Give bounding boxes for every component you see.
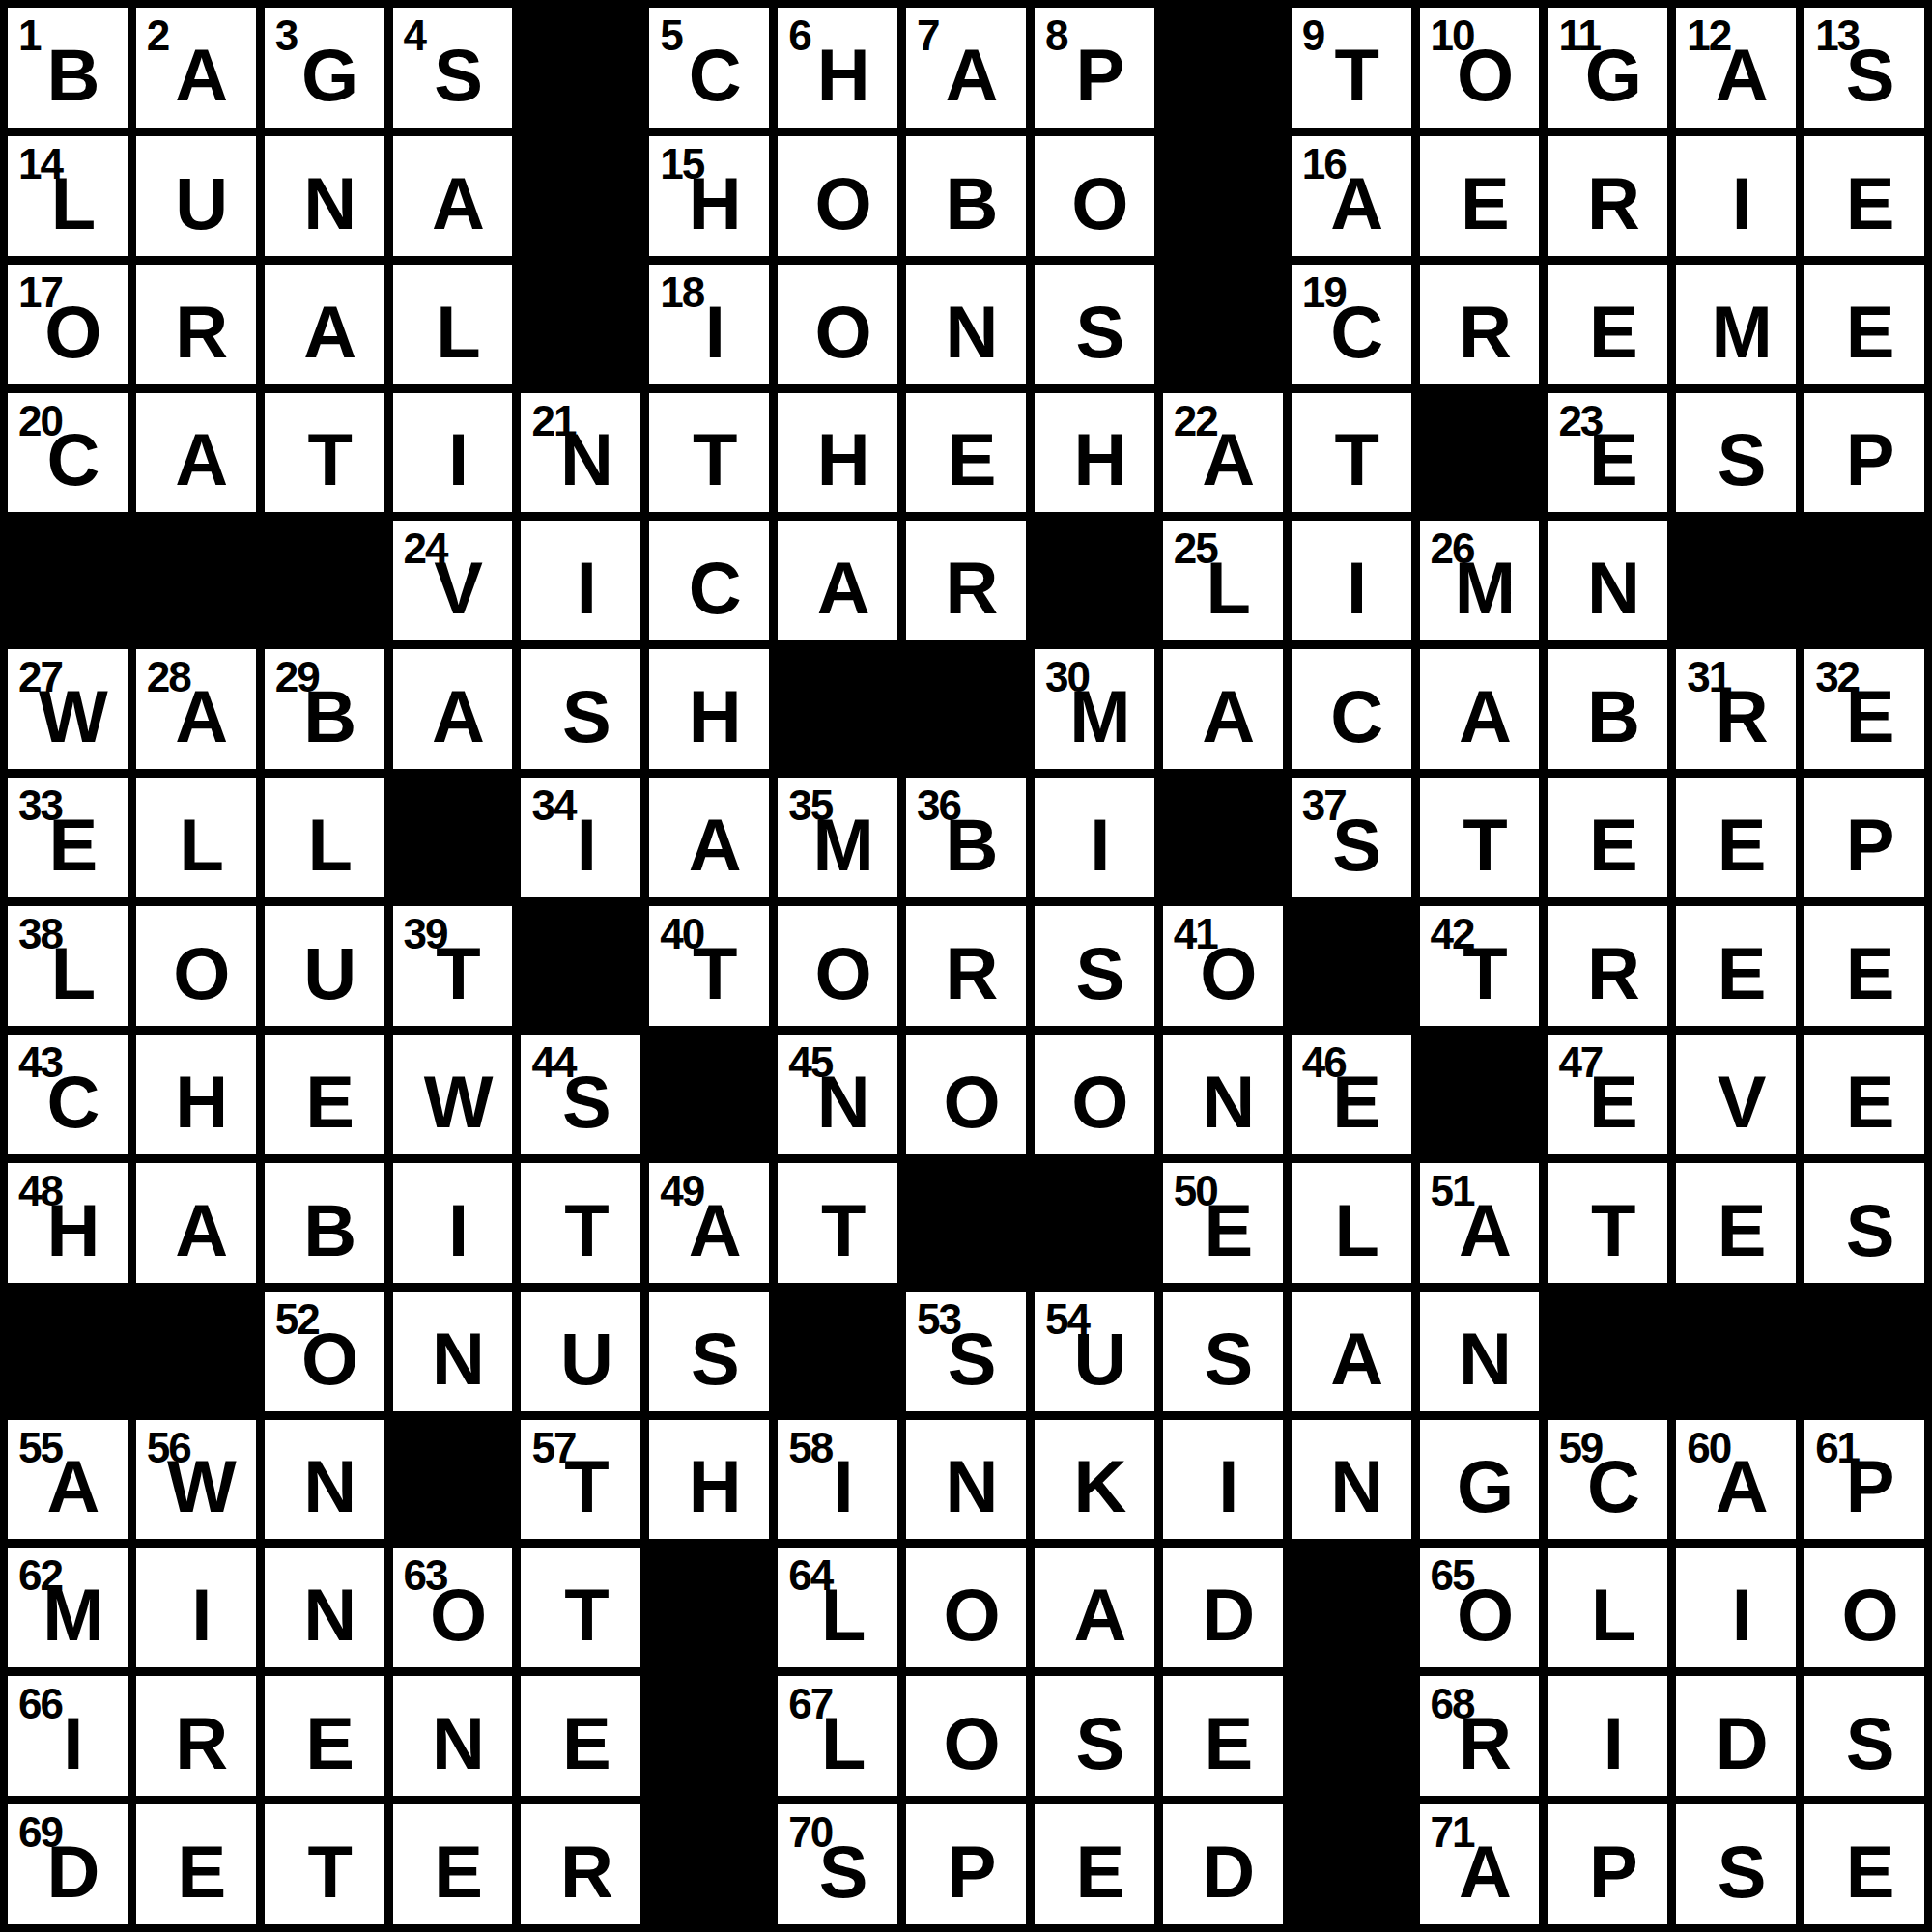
cell-r8c14[interactable]: E (1676, 906, 1796, 1026)
cell-r9c1[interactable]: 43C (8, 1035, 128, 1154)
cell-letter: C (661, 552, 769, 625)
cell-r9c8[interactable]: O (906, 1035, 1026, 1154)
cell-r10c14[interactable]: E (1676, 1163, 1796, 1283)
cell-r1c1[interactable]: 1B (8, 8, 128, 128)
cell-r15c2[interactable]: E (136, 1804, 256, 1924)
cell-r8c8[interactable]: R (906, 906, 1026, 1026)
cell-r13c7[interactable]: 64L (778, 1548, 897, 1667)
cell-r1c8[interactable]: 7A (906, 8, 1026, 128)
cell-letter: H (789, 39, 897, 112)
cell-letter: N (276, 167, 384, 241)
cell-r4c14[interactable]: S (1676, 393, 1796, 513)
cell-letter: M (1688, 296, 1796, 369)
cell-r14c14[interactable]: D (1676, 1676, 1796, 1796)
cell-r4c9[interactable]: H (1035, 393, 1154, 513)
cell-r7c6[interactable]: A (649, 778, 769, 897)
cell-letter: S (405, 39, 513, 112)
cell-r10c10[interactable]: 50E (1163, 1163, 1283, 1283)
cell-r1c7[interactable]: 6H (778, 8, 897, 128)
cell-r12c9[interactable]: K (1035, 1420, 1154, 1540)
cell-r7c3[interactable]: L (265, 778, 384, 897)
cell-letter: S (1303, 809, 1411, 882)
cell-r14c13[interactable]: I (1548, 1676, 1667, 1796)
cell-r9c13[interactable]: 47E (1548, 1035, 1667, 1154)
cell-r2c8[interactable]: B (906, 136, 1026, 256)
black-cell (906, 649, 1026, 769)
cell-r4c3[interactable]: T (265, 393, 384, 513)
black-cell (521, 906, 640, 1026)
cell-letter: U (276, 937, 384, 1010)
cell-r4c15[interactable]: P (1804, 393, 1924, 513)
cell-r15c10[interactable]: D (1163, 1804, 1283, 1924)
cell-r10c5[interactable]: T (521, 1163, 640, 1283)
cell-r3c15[interactable]: E (1804, 265, 1924, 384)
cell-letter: H (789, 423, 897, 497)
cell-r6c2[interactable]: 28A (136, 649, 256, 769)
cell-r5c10[interactable]: 25L (1163, 521, 1283, 640)
black-cell (778, 1292, 897, 1411)
cell-letter: O (1816, 1578, 1924, 1652)
cell-r12c12[interactable]: G (1420, 1420, 1540, 1540)
cell-letter: A (661, 809, 769, 882)
cell-letter: E (1559, 1065, 1667, 1139)
cell-letter: R (918, 552, 1026, 625)
cell-r10c15[interactable]: S (1804, 1163, 1924, 1283)
cell-r1c4[interactable]: 4S (393, 8, 513, 128)
cell-letter: V (405, 552, 513, 625)
cell-letter: A (1303, 1322, 1411, 1396)
cell-letter: U (532, 1322, 640, 1396)
cell-letter: T (532, 1578, 640, 1652)
cell-letter: T (1432, 809, 1540, 882)
cell-r9c11[interactable]: 46E (1292, 1035, 1411, 1154)
cell-r4c7[interactable]: H (778, 393, 897, 513)
cell-r13c10[interactable]: D (1163, 1548, 1283, 1667)
cell-r9c7[interactable]: 45N (778, 1035, 897, 1154)
cell-letter: S (789, 1835, 897, 1909)
cell-letter: T (1303, 39, 1411, 112)
cell-r1c11[interactable]: 9T (1292, 8, 1411, 128)
cell-r2c1[interactable]: 14L (8, 136, 128, 256)
cell-r11c4[interactable]: N (393, 1292, 513, 1411)
cell-r1c6[interactable]: 5C (649, 8, 769, 128)
cell-letter: A (148, 680, 256, 753)
cell-r2c15[interactable]: E (1804, 136, 1924, 256)
cell-r4c2[interactable]: A (136, 393, 256, 513)
cell-letter: T (1432, 937, 1540, 1010)
cell-r5c7[interactable]: A (778, 521, 897, 640)
cell-r3c12[interactable]: R (1420, 265, 1540, 384)
cell-r15c1[interactable]: 69D (8, 1804, 128, 1924)
cell-r9c10[interactable]: N (1163, 1035, 1283, 1154)
cell-r8c9[interactable]: S (1035, 906, 1154, 1026)
cell-letter: E (148, 1835, 256, 1909)
cell-letter: I (19, 1707, 128, 1780)
cell-r12c14[interactable]: 60A (1676, 1420, 1796, 1540)
cell-letter: E (1816, 167, 1924, 241)
cell-letter: I (1688, 167, 1796, 241)
cell-r9c3[interactable]: E (265, 1035, 384, 1154)
cell-letter: I (532, 809, 640, 882)
black-cell (1035, 1163, 1154, 1283)
cell-r14c15[interactable]: S (1804, 1676, 1924, 1796)
cell-r13c4[interactable]: 63O (393, 1548, 513, 1667)
cell-r4c8[interactable]: E (906, 393, 1026, 513)
cell-letter: A (148, 423, 256, 497)
cell-letter: E (1175, 1194, 1283, 1267)
black-cell (649, 1804, 769, 1924)
cell-r3c2[interactable]: R (136, 265, 256, 384)
cell-letter: W (148, 1450, 256, 1523)
cell-letter: E (1432, 167, 1540, 241)
cell-r4c1[interactable]: 20C (8, 393, 128, 513)
cell-r3c3[interactable]: A (265, 265, 384, 384)
cell-r15c15[interactable]: E (1804, 1804, 1924, 1924)
cell-letter: B (19, 39, 128, 112)
black-cell (1804, 1292, 1924, 1411)
cell-r8c4[interactable]: 39T (393, 906, 513, 1026)
cell-r6c4[interactable]: A (393, 649, 513, 769)
cell-letter: O (276, 1322, 384, 1396)
cell-letter: E (918, 423, 1026, 497)
cell-r6c1[interactable]: 27W (8, 649, 128, 769)
cell-r7c1[interactable]: 33E (8, 778, 128, 897)
cell-letter: S (1046, 937, 1154, 1010)
cell-r14c12[interactable]: 68R (1420, 1676, 1540, 1796)
cell-r14c5[interactable]: E (521, 1676, 640, 1796)
cell-letter: M (789, 809, 897, 882)
cell-letter: O (789, 167, 897, 241)
cell-r6c14[interactable]: 31R (1676, 649, 1796, 769)
cell-r2c12[interactable]: E (1420, 136, 1540, 256)
cell-r6c3[interactable]: 29B (265, 649, 384, 769)
cell-letter: A (148, 1194, 256, 1267)
cell-r11c5[interactable]: U (521, 1292, 640, 1411)
cell-r10c11[interactable]: L (1292, 1163, 1411, 1283)
cell-r4c6[interactable]: T (649, 393, 769, 513)
cell-r12c7[interactable]: 58I (778, 1420, 897, 1540)
cell-r7c15[interactable]: P (1804, 778, 1924, 897)
cell-r5c8[interactable]: R (906, 521, 1026, 640)
cell-r7c14[interactable]: E (1676, 778, 1796, 897)
cell-r4c13[interactable]: 23E (1548, 393, 1667, 513)
cell-r9c4[interactable]: W (393, 1035, 513, 1154)
cell-letter: A (1303, 167, 1411, 241)
cell-r2c9[interactable]: O (1035, 136, 1154, 256)
cell-letter: A (1688, 39, 1796, 112)
cell-letter: E (1688, 937, 1796, 1010)
cell-r7c12[interactable]: T (1420, 778, 1540, 897)
cell-r2c11[interactable]: 16A (1292, 136, 1411, 256)
cell-letter: T (789, 1194, 897, 1267)
cell-r13c5[interactable]: T (521, 1548, 640, 1667)
cell-letter: T (1559, 1194, 1667, 1267)
cell-letter: E (1816, 1835, 1924, 1909)
black-cell (8, 521, 128, 640)
cell-r8c3[interactable]: U (265, 906, 384, 1026)
cell-r4c5[interactable]: 21N (521, 393, 640, 513)
cell-letter: P (1816, 423, 1924, 497)
cell-r10c12[interactable]: 51A (1420, 1163, 1540, 1283)
cell-r6c10[interactable]: A (1163, 649, 1283, 769)
cell-r15c3[interactable]: T (265, 1804, 384, 1924)
cell-r11c12[interactable]: N (1420, 1292, 1540, 1411)
cell-r13c13[interactable]: L (1548, 1548, 1667, 1667)
cell-letter: U (1046, 1322, 1154, 1396)
cell-letter: H (148, 1065, 256, 1139)
cell-r10c7[interactable]: T (778, 1163, 897, 1283)
cell-r15c12[interactable]: 71A (1420, 1804, 1540, 1924)
cell-r6c5[interactable]: S (521, 649, 640, 769)
cell-r15c8[interactable]: P (906, 1804, 1026, 1924)
cell-r3c6[interactable]: 18I (649, 265, 769, 384)
cell-letter: L (1175, 552, 1283, 625)
cell-r5c11[interactable]: I (1292, 521, 1411, 640)
cell-letter: R (1559, 937, 1667, 1010)
cell-r4c10[interactable]: 22A (1163, 393, 1283, 513)
cell-r15c5[interactable]: R (521, 1804, 640, 1924)
cell-r12c10[interactable]: I (1163, 1420, 1283, 1540)
cell-letter: S (1816, 39, 1924, 112)
cell-letter: O (918, 1707, 1026, 1780)
cell-r12c13[interactable]: 59C (1548, 1420, 1667, 1540)
cell-r7c11[interactable]: 37S (1292, 778, 1411, 897)
cell-r2c7[interactable]: O (778, 136, 897, 256)
cell-r14c2[interactable]: R (136, 1676, 256, 1796)
cell-r8c10[interactable]: 41O (1163, 906, 1283, 1026)
cell-letter: L (19, 937, 128, 1010)
cell-letter: H (661, 167, 769, 241)
cell-letter: D (19, 1835, 128, 1909)
black-cell (1163, 265, 1283, 384)
black-cell (521, 265, 640, 384)
cell-r12c15[interactable]: 61P (1804, 1420, 1924, 1540)
cell-letter: A (148, 39, 256, 112)
cell-r9c9[interactable]: O (1035, 1035, 1154, 1154)
cell-letter: E (276, 1707, 384, 1780)
cell-r14c7[interactable]: 67L (778, 1676, 897, 1796)
cell-r3c11[interactable]: 19C (1292, 265, 1411, 384)
cell-letter: E (1559, 296, 1667, 369)
cell-letter: O (918, 1578, 1026, 1652)
cell-letter: R (148, 296, 256, 369)
cell-r14c8[interactable]: O (906, 1676, 1026, 1796)
cell-r6c6[interactable]: H (649, 649, 769, 769)
cell-r14c9[interactable]: S (1035, 1676, 1154, 1796)
cell-letter: I (148, 1578, 256, 1652)
cell-r14c1[interactable]: 66I (8, 1676, 128, 1796)
cell-r12c6[interactable]: H (649, 1420, 769, 1540)
cell-r3c14[interactable]: M (1676, 265, 1796, 384)
cell-r9c2[interactable]: H (136, 1035, 256, 1154)
cell-r1c15[interactable]: 13S (1804, 8, 1924, 128)
black-cell (1420, 1035, 1540, 1154)
cell-r11c10[interactable]: S (1163, 1292, 1283, 1411)
cell-r15c7[interactable]: 70S (778, 1804, 897, 1924)
cell-r12c8[interactable]: N (906, 1420, 1026, 1540)
cell-letter: V (1688, 1065, 1796, 1139)
cell-r13c8[interactable]: O (906, 1548, 1026, 1667)
cell-r8c12[interactable]: 42T (1420, 906, 1540, 1026)
cell-letter: E (1816, 296, 1924, 369)
cell-r9c14[interactable]: V (1676, 1035, 1796, 1154)
black-cell (1035, 521, 1154, 640)
cell-r11c6[interactable]: S (649, 1292, 769, 1411)
cell-r1c2[interactable]: 2A (136, 8, 256, 128)
cell-r13c2[interactable]: I (136, 1548, 256, 1667)
cell-letter: A (789, 552, 897, 625)
cell-r8c7[interactable]: O (778, 906, 897, 1026)
cell-r5c12[interactable]: 26M (1420, 521, 1540, 640)
cell-letter: P (918, 1835, 1026, 1909)
cell-r15c9[interactable]: E (1035, 1804, 1154, 1924)
cell-letter: A (1046, 1578, 1154, 1652)
cell-r12c11[interactable]: N (1292, 1420, 1411, 1540)
cell-r7c2[interactable]: L (136, 778, 256, 897)
cell-r6c12[interactable]: A (1420, 649, 1540, 769)
cell-letter: K (1046, 1450, 1154, 1523)
black-cell (521, 136, 640, 256)
black-cell (649, 1676, 769, 1796)
cell-r12c5[interactable]: 57T (521, 1420, 640, 1540)
cell-r15c4[interactable]: E (393, 1804, 513, 1924)
cell-r2c3[interactable]: N (265, 136, 384, 256)
cell-r6c9[interactable]: 30M (1035, 649, 1154, 769)
cell-r7c9[interactable]: I (1035, 778, 1154, 897)
cell-letter: S (661, 1322, 769, 1396)
cell-letter: R (1559, 167, 1667, 241)
cell-r11c3[interactable]: 52O (265, 1292, 384, 1411)
cell-r13c12[interactable]: 65O (1420, 1548, 1540, 1667)
cell-r6c15[interactable]: 32E (1804, 649, 1924, 769)
cell-r8c6[interactable]: 40T (649, 906, 769, 1026)
cell-letter: N (405, 1322, 513, 1396)
cell-letter: A (1688, 1450, 1796, 1523)
black-cell (1804, 521, 1924, 640)
cell-r8c2[interactable]: O (136, 906, 256, 1026)
cell-r14c4[interactable]: N (393, 1676, 513, 1796)
cell-r3c4[interactable]: L (393, 265, 513, 384)
cell-letter: I (1303, 552, 1411, 625)
cell-r12c2[interactable]: 56W (136, 1420, 256, 1540)
cell-r13c3[interactable]: N (265, 1548, 384, 1667)
cell-r4c4[interactable]: I (393, 393, 513, 513)
cell-r10c6[interactable]: 49A (649, 1163, 769, 1283)
cell-r5c6[interactable]: C (649, 521, 769, 640)
cell-r2c13[interactable]: R (1548, 136, 1667, 256)
cell-r1c3[interactable]: 3G (265, 8, 384, 128)
cell-r7c7[interactable]: 35M (778, 778, 897, 897)
cell-r1c12[interactable]: 10O (1420, 8, 1540, 128)
cell-r7c5[interactable]: 34I (521, 778, 640, 897)
cell-letter: N (276, 1450, 384, 1523)
cell-letter: O (1175, 937, 1283, 1010)
cell-r10c3[interactable]: B (265, 1163, 384, 1283)
cell-letter: I (1046, 809, 1154, 882)
cell-letter: A (405, 680, 513, 753)
cell-letter: N (1303, 1450, 1411, 1523)
cell-r9c5[interactable]: 44S (521, 1035, 640, 1154)
cell-letter: P (1046, 39, 1154, 112)
cell-r3c8[interactable]: N (906, 265, 1026, 384)
cell-r6c11[interactable]: C (1292, 649, 1411, 769)
cell-r12c1[interactable]: 55A (8, 1420, 128, 1540)
cell-letter: C (19, 423, 128, 497)
cell-r10c13[interactable]: T (1548, 1163, 1667, 1283)
cell-r7c8[interactable]: 36B (906, 778, 1026, 897)
cell-r13c1[interactable]: 62M (8, 1548, 128, 1667)
cell-r13c15[interactable]: O (1804, 1548, 1924, 1667)
black-cell (265, 521, 384, 640)
cell-r14c10[interactable]: E (1163, 1676, 1283, 1796)
cell-letter: S (1175, 1322, 1283, 1396)
cell-r1c9[interactable]: 8P (1035, 8, 1154, 128)
cell-letter: C (1303, 296, 1411, 369)
cell-r8c15[interactable]: E (1804, 906, 1924, 1026)
cell-r10c2[interactable]: A (136, 1163, 256, 1283)
cell-r5c5[interactable]: I (521, 521, 640, 640)
cell-letter: A (405, 167, 513, 241)
cell-r13c14[interactable]: I (1676, 1548, 1796, 1667)
crossword-grid: 1B2A3G4S5C6H7A8P9T10O11G12A13S14LUNA15HO… (0, 0, 1932, 1932)
cell-letter: C (661, 39, 769, 112)
cell-letter: H (19, 1194, 128, 1267)
cell-letter: E (1175, 1707, 1283, 1780)
cell-r14c3[interactable]: E (265, 1676, 384, 1796)
cell-letter: E (276, 1065, 384, 1139)
cell-letter: M (19, 1578, 128, 1652)
cell-r5c13[interactable]: N (1548, 521, 1667, 640)
cell-r3c13[interactable]: E (1548, 265, 1667, 384)
cell-letter: C (19, 1065, 128, 1139)
cell-r1c14[interactable]: 12A (1676, 8, 1796, 128)
cell-r12c3[interactable]: N (265, 1420, 384, 1540)
cell-letter: T (661, 937, 769, 1010)
cell-letter: S (918, 1322, 1026, 1396)
cell-r5c4[interactable]: 24V (393, 521, 513, 640)
cell-r15c14[interactable]: S (1676, 1804, 1796, 1924)
black-cell (1292, 1548, 1411, 1667)
cell-r8c1[interactable]: 38L (8, 906, 128, 1026)
black-cell (136, 521, 256, 640)
cell-letter: S (1688, 423, 1796, 497)
black-cell (1292, 1804, 1411, 1924)
cell-r11c11[interactable]: A (1292, 1292, 1411, 1411)
cell-r15c13[interactable]: P (1548, 1804, 1667, 1924)
cell-r13c9[interactable]: A (1035, 1548, 1154, 1667)
cell-r8c13[interactable]: R (1548, 906, 1667, 1026)
cell-r3c9[interactable]: S (1035, 265, 1154, 384)
cell-r3c7[interactable]: O (778, 265, 897, 384)
cell-r10c4[interactable]: I (393, 1163, 513, 1283)
cell-r1c13[interactable]: 11G (1548, 8, 1667, 128)
cell-r9c15[interactable]: E (1804, 1035, 1924, 1154)
cell-r2c2[interactable]: U (136, 136, 256, 256)
cell-r10c1[interactable]: 48H (8, 1163, 128, 1283)
cell-r2c4[interactable]: A (393, 136, 513, 256)
cell-r2c6[interactable]: 15H (649, 136, 769, 256)
cell-r7c13[interactable]: E (1548, 778, 1667, 897)
cell-r6c13[interactable]: B (1548, 649, 1667, 769)
cell-letter: W (405, 1065, 513, 1139)
cell-r11c8[interactable]: 53S (906, 1292, 1026, 1411)
cell-r11c9[interactable]: 54U (1035, 1292, 1154, 1411)
black-cell (1548, 1292, 1667, 1411)
cell-r3c1[interactable]: 17O (8, 265, 128, 384)
cell-r2c14[interactable]: I (1676, 136, 1796, 256)
cell-r4c11[interactable]: T (1292, 393, 1411, 513)
cell-letter: O (405, 1578, 513, 1652)
